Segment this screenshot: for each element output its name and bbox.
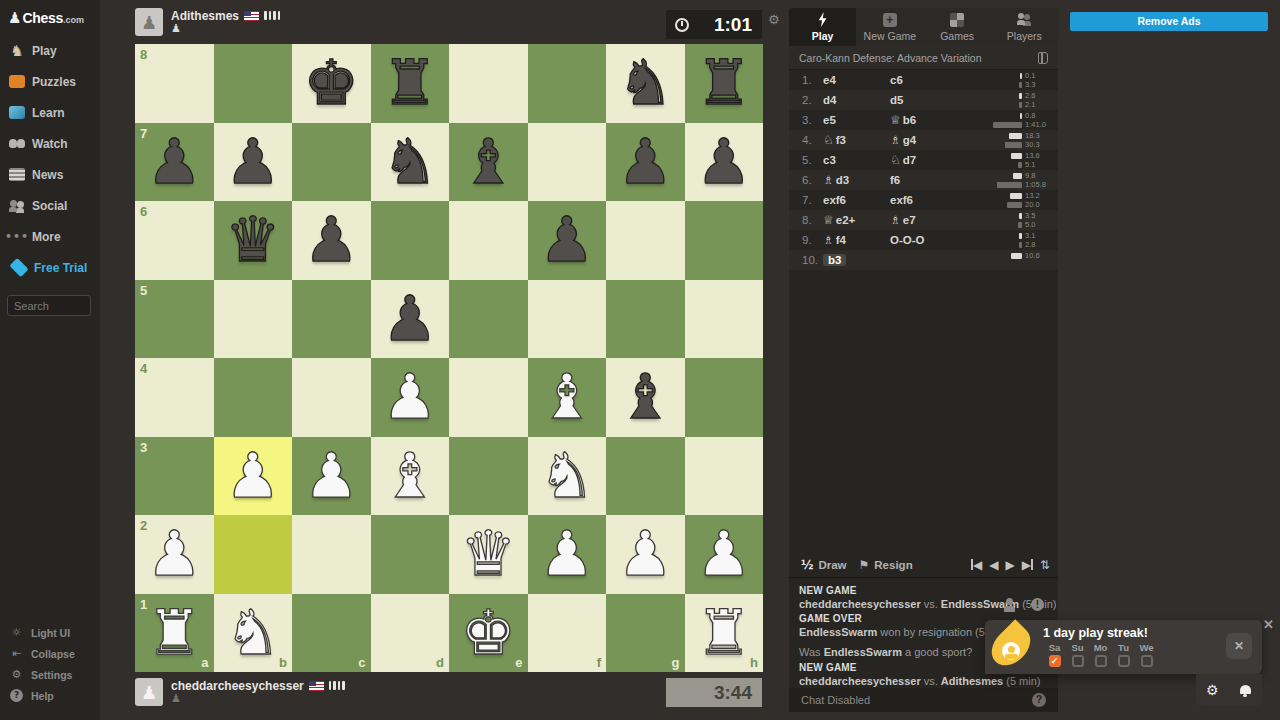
rank-label: 4 — [140, 361, 147, 376]
social-icon — [9, 198, 25, 214]
sidebar-footer-collapse[interactable]: ⇤Collapse — [0, 643, 100, 664]
black-move-b6[interactable]: ♕b6 — [890, 113, 916, 127]
event-matchup: cheddarcheesychesser vs. Adithesmes (5 m… — [799, 675, 1058, 687]
move-number: 4. — [789, 134, 823, 146]
piece-figurine-icon: ♕ — [823, 213, 834, 227]
top-player-bars-icon — [264, 11, 280, 20]
sidebar-footer-help[interactable]: ?Help — [0, 685, 100, 706]
square-g4[interactable]: ♝ — [606, 358, 685, 437]
move-number: 8. — [789, 214, 823, 226]
opening-book-icon[interactable] — [1038, 52, 1048, 64]
top-captured-pieces: ♟ — [171, 23, 280, 36]
square-b8[interactable] — [214, 44, 293, 123]
learn-icon — [9, 106, 25, 119]
bottom-player-name[interactable]: cheddarcheesychesser — [171, 679, 304, 693]
square-e3[interactable] — [449, 437, 528, 516]
square-a7[interactable]: 7♟ — [135, 123, 214, 202]
piece-figurine-icon: ♗ — [890, 133, 901, 147]
notification-close-icon[interactable]: ✕ — [1263, 617, 1274, 632]
move-list: 1.e4c60.13.32.d4d52.62.13.e5♕b60.81:41.0… — [789, 70, 1058, 270]
people-icon — [1017, 12, 1032, 27]
tab-new-game[interactable]: +New Game — [856, 8, 923, 46]
top-clock-time: 1:01 — [689, 14, 762, 36]
square-c4[interactable] — [292, 358, 371, 437]
square-e2[interactable]: ♛ — [449, 515, 528, 594]
opening-row: Caro-Kann Defense: Advance Variation — [789, 46, 1058, 70]
square-a6[interactable]: 6 — [135, 201, 214, 280]
time-bar — [1005, 142, 1022, 148]
black-pawn-a7[interactable]: ♟ — [135, 123, 214, 202]
white-knight-b1[interactable]: ♞ — [214, 594, 293, 673]
opening-name: Caro-Kann Defense: Advance Variation — [799, 52, 1038, 64]
collapse-icon: ⇤ — [10, 647, 23, 660]
white-player-link[interactable]: cheddarcheesychesser — [799, 598, 921, 610]
time-bar — [1019, 102, 1022, 108]
square-g2[interactable]: ♟ — [606, 515, 685, 594]
white-move-d3[interactable]: ♗d3 — [823, 173, 849, 187]
us-flag-icon — [309, 681, 324, 691]
half-point-icon: ½ — [801, 558, 813, 572]
notification-bell-icon[interactable] — [1239, 684, 1252, 697]
square-h4[interactable] — [685, 358, 764, 437]
square-e7[interactable]: ♝ — [449, 123, 528, 202]
tab-label: Players — [1007, 30, 1042, 42]
time-bar — [1011, 153, 1022, 159]
time-bar — [1011, 253, 1022, 259]
square-c7[interactable] — [292, 123, 371, 202]
streak-day-checkbox: ✓ — [1049, 655, 1061, 667]
white-move-e5[interactable]: e5 — [823, 114, 836, 126]
rank-label: 6 — [140, 204, 147, 219]
sidebar-item-puzzles[interactable]: Puzzles — [0, 66, 100, 97]
time-bar — [1010, 193, 1022, 199]
tab-players[interactable]: Players — [991, 8, 1058, 46]
white-move-b3[interactable]: b3 — [823, 254, 846, 266]
black-move-g4[interactable]: ♗g4 — [890, 133, 916, 147]
piece-figurine-icon: ♗ — [890, 213, 901, 227]
sidebar-item-label: Social — [32, 199, 67, 213]
white-player-link[interactable]: cheddarcheesychesser — [799, 675, 921, 687]
white-pawn-d4[interactable]: ♟ — [371, 358, 450, 437]
black-pawn-g7[interactable]: ♟ — [606, 123, 685, 202]
black-move-d7[interactable]: ♘d7 — [890, 153, 916, 167]
board-settings-gear-icon[interactable]: ⚙ — [768, 12, 780, 27]
winner-link[interactable]: EndlessSwarm — [799, 626, 877, 638]
square-c8[interactable]: ♚ — [292, 44, 371, 123]
move-time: 9.8 — [1025, 171, 1052, 180]
black-pawn-h7[interactable]: ♟ — [685, 123, 764, 202]
add-friend-icon[interactable] — [1003, 598, 1017, 612]
move-row: 2.d4d52.62.1 — [789, 90, 1058, 110]
move-row: 7.exf6exf613.220.0 — [789, 190, 1058, 210]
move-time: 0.1 — [1025, 71, 1052, 80]
move-time: 2.1 — [1025, 100, 1052, 109]
move-time: 3.3 — [1025, 80, 1052, 89]
white-rook-h1[interactable]: ♜ — [685, 594, 764, 673]
square-a3[interactable]: 3 — [135, 437, 214, 516]
square-e8[interactable] — [449, 44, 528, 123]
move-row: 5.c3♘d713.65.1 — [789, 150, 1058, 170]
bottom-player-avatar[interactable]: ♟ — [135, 678, 163, 706]
white-bishop-f4[interactable]: ♝ — [528, 358, 607, 437]
move-row: 3.e5♕b60.81:41.0 — [789, 110, 1058, 130]
gear-icon: ⚙ — [10, 668, 23, 681]
white-move-d4[interactable]: d4 — [823, 94, 836, 106]
tab-label: Games — [940, 30, 974, 42]
chat-bar: Chat Disabled ? — [789, 688, 1058, 712]
top-player-name[interactable]: Adithesmes — [171, 9, 239, 23]
square-h8[interactable]: ♜ — [685, 44, 764, 123]
sidebar-item-learn[interactable]: Learn — [0, 97, 100, 128]
streak-day-label: Sa — [1049, 642, 1061, 653]
black-move-c6[interactable]: c6 — [890, 74, 903, 86]
black-rook-d8[interactable]: ♜ — [371, 44, 450, 123]
news-icon — [9, 168, 25, 181]
black-pawn-d5[interactable]: ♟ — [371, 280, 450, 359]
grid-icon — [950, 13, 964, 27]
sidebar-item-label: Watch — [32, 137, 68, 151]
square-d6[interactable] — [371, 201, 450, 280]
black-queen-b6[interactable]: ♛ — [214, 201, 293, 280]
streak-title: 1 day play streak! — [1043, 626, 1158, 640]
streak-day-label: Tu — [1118, 642, 1129, 653]
time-bar — [1018, 162, 1022, 168]
streak-day-checkbox — [1095, 655, 1107, 667]
avatar-pawn-icon: ♟ — [141, 12, 157, 33]
move-time: 1:05.8 — [1025, 180, 1052, 189]
streak-day-label: Mo — [1094, 642, 1108, 653]
square-c5[interactable] — [292, 280, 371, 359]
move-row: 4.♘f3♗g418.330.3 — [789, 130, 1058, 150]
move-number: 10. — [789, 254, 823, 266]
bottom-right-toolbar: ⚙ — [1196, 674, 1262, 706]
black-bishop-g4[interactable]: ♝ — [606, 358, 685, 437]
move-time: 30.3 — [1025, 140, 1052, 149]
go-last-button[interactable]: ▶ — [1022, 558, 1033, 572]
move-time: 18.3 — [1025, 131, 1052, 140]
piece-figurine-icon: ♘ — [890, 153, 901, 167]
white-king-e1[interactable]: ♚ — [449, 594, 528, 673]
flip-board-button[interactable]: ⇅ — [1040, 558, 1050, 572]
sidebar-item-label: More — [32, 230, 61, 244]
move-time: 20.0 — [1025, 200, 1052, 209]
sidebar-item-label: Learn — [32, 106, 65, 120]
top-player-clock: 1:01 — [666, 10, 762, 39]
square-g5[interactable] — [606, 280, 685, 359]
square-b2[interactable] — [214, 515, 293, 594]
bottom-clock-time: 3:44 — [666, 682, 762, 704]
bottom-captured-pieces: ♟ — [171, 693, 345, 706]
dots-icon: ••• — [9, 229, 25, 245]
square-a4[interactable]: 4 — [135, 358, 214, 437]
black-king-c8[interactable]: ♚ — [292, 44, 371, 123]
square-h6[interactable] — [685, 201, 764, 280]
black-pawn-f6[interactable]: ♟ — [528, 201, 607, 280]
square-h3[interactable] — [685, 437, 764, 516]
sidebar-item-label: Free Trial — [34, 261, 87, 275]
square-e6[interactable] — [449, 201, 528, 280]
sidebar-item-social[interactable]: Social — [0, 190, 100, 221]
white-move-e2+[interactable]: ♕e2+ — [823, 213, 855, 227]
white-move-e4[interactable]: e4 — [823, 74, 836, 86]
knight-icon: ♞ — [9, 43, 25, 59]
square-a8[interactable]: 8 — [135, 44, 214, 123]
square-a1[interactable]: 1a♜ — [135, 594, 214, 673]
sidebar-footer-settings[interactable]: ⚙Settings — [0, 664, 100, 685]
square-b1[interactable]: b♞ — [214, 594, 293, 673]
square-g8[interactable]: ♞ — [606, 44, 685, 123]
square-d8[interactable]: ♜ — [371, 44, 450, 123]
footer-item-label: Settings — [31, 669, 72, 681]
black-move-O-O-O[interactable]: O-O-O — [890, 234, 925, 246]
black-move-d5[interactable]: d5 — [890, 94, 903, 106]
chess-board[interactable]: 8♚♜♞♜7♟♟♞♝♟♟6♛♟♟5♟4♟♝♝3♟♟♝♞2♟♛♟♟♟1a♜b♞cd… — [135, 44, 763, 672]
sidebar-item-label: Play — [32, 44, 57, 58]
time-bar — [997, 182, 1022, 188]
file-label: d — [436, 655, 444, 670]
sidebar-item-play[interactable]: ♞Play — [0, 35, 100, 66]
tab-play[interactable]: Play — [789, 8, 856, 46]
move-time: 3.1 — [1025, 231, 1052, 240]
square-h7[interactable]: ♟ — [685, 123, 764, 202]
streak-flame-icon — [995, 624, 1027, 668]
square-a2[interactable]: 2♟ — [135, 515, 214, 594]
white-pawn-f2[interactable]: ♟ — [528, 515, 607, 594]
square-f7[interactable] — [528, 123, 607, 202]
move-row: 6.♗d3f69.81:05.8 — [789, 170, 1058, 190]
file-label: f — [597, 655, 601, 670]
square-h5[interactable] — [685, 280, 764, 359]
white-move-f3[interactable]: ♘f3 — [823, 133, 846, 147]
white-pawn-g2[interactable]: ♟ — [606, 515, 685, 594]
square-f1[interactable]: f — [528, 594, 607, 673]
streak-close-button[interactable]: ✕ — [1226, 633, 1252, 659]
tab-games[interactable]: Games — [924, 8, 991, 46]
move-time: 1:41.0 — [1025, 120, 1052, 129]
chesscom-logo[interactable]: ♟ Chess .com — [0, 0, 100, 35]
square-g7[interactable]: ♟ — [606, 123, 685, 202]
white-bishop-d3[interactable]: ♝ — [371, 437, 450, 516]
file-label: c — [358, 655, 365, 670]
white-rook-a1[interactable]: ♜ — [135, 594, 214, 673]
footer-item-label: Light UI — [31, 627, 70, 639]
move-row: 1.e4c60.13.3 — [789, 70, 1058, 90]
move-time: 10.6 — [1025, 251, 1052, 260]
white-knight-f3[interactable]: ♞ — [528, 437, 607, 516]
square-b6[interactable]: ♛ — [214, 201, 293, 280]
time-bar — [1013, 173, 1022, 179]
black-pawn-c6[interactable]: ♟ — [292, 201, 371, 280]
event-title: NEW GAME — [799, 585, 1058, 596]
play-streak-popup: 1 day play streak! Sa✓SuMoTuWe ✕ — [985, 620, 1262, 674]
square-c2[interactable] — [292, 515, 371, 594]
square-b5[interactable] — [214, 280, 293, 359]
time-bar — [993, 122, 1022, 128]
sidebar-item-free-trial[interactable]: Free Trial — [0, 252, 100, 283]
black-move-exf6[interactable]: exf6 — [890, 194, 913, 206]
black-bishop-e7[interactable]: ♝ — [449, 123, 528, 202]
streak-day-label: We — [1139, 642, 1153, 653]
top-player-avatar[interactable]: ♟ — [135, 8, 163, 36]
sidebar-item-more[interactable]: •••More — [0, 221, 100, 252]
piece-figurine-icon: ♗ — [823, 173, 834, 187]
square-c3[interactable]: ♟ — [292, 437, 371, 516]
square-f6[interactable]: ♟ — [528, 201, 607, 280]
chat-status: Chat Disabled — [801, 694, 1032, 706]
sidebar-item-label: Puzzles — [32, 75, 76, 89]
move-row: 10.b310.6 — [789, 250, 1058, 270]
rank-label: 3 — [140, 440, 147, 455]
white-pawn-c3[interactable]: ♟ — [292, 437, 371, 516]
move-time: 13.2 — [1025, 191, 1052, 200]
sidebar-item-news[interactable]: News — [0, 159, 100, 190]
square-b3[interactable]: ♟ — [214, 437, 293, 516]
bottom-player-bars-icon — [329, 681, 345, 690]
square-f2[interactable]: ♟ — [528, 515, 607, 594]
draw-label: Draw — [818, 559, 846, 571]
clock-icon — [675, 18, 689, 32]
file-label: g — [672, 655, 680, 670]
square-e5[interactable] — [449, 280, 528, 359]
sidebar-footer-light-ui[interactable]: ☼Light UI — [0, 622, 100, 643]
white-pawn-a2[interactable]: ♟ — [135, 515, 214, 594]
square-e1[interactable]: e♚ — [449, 594, 528, 673]
move-time: 2.8 — [1025, 240, 1052, 249]
black-knight-g8[interactable]: ♞ — [606, 44, 685, 123]
rank-label: 8 — [140, 47, 147, 62]
streak-days: Sa✓SuMoTuWe — [1043, 642, 1158, 667]
square-d2[interactable] — [371, 515, 450, 594]
resign-button[interactable]: ⚑ Resign — [859, 558, 913, 572]
streak-day-label: Su — [1071, 642, 1083, 653]
square-b7[interactable]: ♟ — [214, 123, 293, 202]
time-bar — [1019, 213, 1022, 219]
move-number: 5. — [789, 154, 823, 166]
move-time: 2.6 — [1025, 91, 1052, 100]
rank-label: 5 — [140, 283, 147, 298]
square-h2[interactable]: ♟ — [685, 515, 764, 594]
square-g3[interactable] — [606, 437, 685, 516]
white-pawn-b3[interactable]: ♟ — [214, 437, 293, 516]
game-controls: ½ Draw ⚑ Resign ◀ ◀ ▶ ▶ ⇅ — [789, 552, 1058, 578]
logo-suffix: .com — [63, 15, 84, 25]
search-input[interactable] — [7, 295, 91, 316]
square-a5[interactable]: 5 — [135, 280, 214, 359]
move-time: 3.5 — [1025, 211, 1052, 220]
sidebar-item-watch[interactable]: Watch — [0, 128, 100, 159]
logo-word: Chess — [22, 10, 63, 26]
time-bar — [1007, 202, 1022, 208]
move-nav-buttons: ◀ ◀ ▶ ▶ ⇅ — [971, 558, 1050, 572]
white-queen-e2[interactable]: ♛ — [449, 515, 528, 594]
plus-square-icon: + — [883, 13, 897, 27]
square-d1[interactable]: d — [371, 594, 450, 673]
square-g1[interactable]: g — [606, 594, 685, 673]
move-row: 9.♗f4O-O-O3.12.8 — [789, 230, 1058, 250]
square-f5[interactable] — [528, 280, 607, 359]
move-time: 13.6 — [1025, 151, 1052, 160]
move-number: 3. — [789, 114, 823, 126]
streak-day-checkbox — [1072, 655, 1084, 667]
bottom-player-clock: 3:44 — [666, 678, 762, 707]
square-c6[interactable]: ♟ — [292, 201, 371, 280]
time-bar — [1019, 242, 1022, 248]
square-h1[interactable]: h♜ — [685, 594, 764, 673]
go-prev-button[interactable]: ◀ — [989, 558, 998, 572]
move-number: 2. — [789, 94, 823, 106]
go-first-button[interactable]: ◀ — [971, 558, 982, 572]
logo-pawn-icon: ♟ — [8, 9, 21, 27]
square-f4[interactable]: ♝ — [528, 358, 607, 437]
white-move-exf6[interactable]: exf6 — [823, 194, 846, 206]
footer-item-label: Help — [31, 690, 54, 702]
chat-help-icon[interactable]: ? — [1032, 693, 1046, 707]
square-d3[interactable]: ♝ — [371, 437, 450, 516]
sun-icon: ☼ — [10, 626, 23, 639]
square-d5[interactable]: ♟ — [371, 280, 450, 359]
report-icon[interactable]: ! — [1031, 598, 1044, 611]
move-time: 5.1 — [1025, 160, 1052, 169]
square-g6[interactable] — [606, 201, 685, 280]
settings-gear-icon[interactable]: ⚙ — [1206, 682, 1219, 698]
streak-day-checkbox — [1141, 655, 1153, 667]
time-bar — [1020, 113, 1022, 119]
white-move-f4[interactable]: ♗f4 — [823, 233, 846, 247]
move-number: 9. — [789, 234, 823, 246]
move-time: 0.8 — [1025, 111, 1052, 120]
square-c1[interactable]: c — [292, 594, 371, 673]
time-bar — [1009, 133, 1022, 139]
time-bar — [1018, 222, 1022, 228]
black-pawn-b7[interactable]: ♟ — [214, 123, 293, 202]
piece-figurine-icon: ♕ — [890, 113, 901, 127]
piece-figurine-icon: ♗ — [823, 233, 834, 247]
square-d7[interactable]: ♞ — [371, 123, 450, 202]
white-pawn-h2[interactable]: ♟ — [685, 515, 764, 594]
black-knight-d7[interactable]: ♞ — [371, 123, 450, 202]
resign-flag-icon: ⚑ — [859, 558, 870, 572]
square-e4[interactable] — [449, 358, 528, 437]
black-move-e7[interactable]: ♗e7 — [890, 213, 916, 227]
square-f8[interactable] — [528, 44, 607, 123]
move-number: 1. — [789, 74, 823, 86]
us-flag-icon — [244, 11, 259, 21]
sidebar: ♟ Chess .com ♞PlayPuzzlesLearnWatchNewsS… — [0, 0, 100, 720]
remove-ads-button[interactable]: Remove Ads — [1070, 12, 1268, 31]
bolt-icon — [817, 12, 828, 27]
draw-button[interactable]: ½ Draw — [801, 558, 847, 572]
puzzle-icon — [9, 75, 25, 88]
sidebar-item-label: News — [32, 168, 63, 182]
white-move-c3[interactable]: c3 — [823, 154, 836, 166]
sidebar-nav: ♞PlayPuzzlesLearnWatchNewsSocial•••MoreF… — [0, 35, 100, 283]
black-player-link[interactable]: Adithesmes — [941, 675, 1003, 687]
diamond-icon — [9, 258, 28, 277]
chesscom-app: ♟ Chess .com ♞PlayPuzzlesLearnWatchNewsS… — [0, 0, 1280, 720]
move-row: 8.♕e2+♗e73.55.0 — [789, 210, 1058, 230]
move-number: 7. — [789, 194, 823, 206]
piece-figurine-icon: ♘ — [823, 133, 834, 147]
square-d4[interactable]: ♟ — [371, 358, 450, 437]
square-b4[interactable] — [214, 358, 293, 437]
avatar-pawn-icon: ♟ — [141, 682, 157, 703]
square-f3[interactable]: ♞ — [528, 437, 607, 516]
black-move-f6[interactable]: f6 — [890, 174, 900, 186]
go-next-button[interactable]: ▶ — [1005, 558, 1014, 572]
black-rook-h8[interactable]: ♜ — [685, 44, 764, 123]
event-matchup: cheddarcheesychesser vs. EndlessSwarm (5… — [799, 598, 1058, 610]
footer-item-label: Collapse — [31, 648, 75, 660]
